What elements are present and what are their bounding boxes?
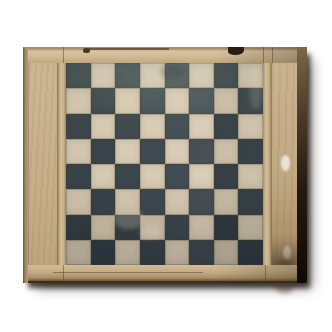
frame-top-rail <box>23 47 307 63</box>
square-r5c2-light[interactable] <box>91 164 116 189</box>
square-r5c5-dark[interactable] <box>165 164 190 189</box>
square-r5c8-light[interactable] <box>238 164 263 189</box>
square-r5c1-dark[interactable] <box>66 164 91 189</box>
square-r1c4-light[interactable] <box>140 63 165 88</box>
frame-seam <box>63 47 64 63</box>
square-r3c1-dark[interactable] <box>66 114 91 139</box>
square-r4c5-light[interactable] <box>165 139 190 164</box>
square-r2c5-light[interactable] <box>165 88 190 113</box>
right-side-panel <box>271 63 297 265</box>
square-r4c6-dark[interactable] <box>189 139 214 164</box>
square-r3c5-dark[interactable] <box>165 114 190 139</box>
square-r5c4-light[interactable] <box>140 164 165 189</box>
left-side-panel <box>28 63 58 265</box>
square-r6c7-light[interactable] <box>214 189 239 214</box>
glossy-reflection-spot <box>281 155 290 171</box>
square-r4c8-dark[interactable] <box>238 139 263 164</box>
square-r2c6-dark[interactable] <box>189 88 214 113</box>
board-left-edge <box>23 47 28 283</box>
square-r5c6-light[interactable] <box>189 164 214 189</box>
checkerboard-grid <box>66 63 263 265</box>
grime-stain <box>272 235 297 265</box>
photo-scene <box>0 0 332 332</box>
square-r7c5-dark[interactable] <box>165 215 190 240</box>
frame-shading <box>217 47 307 63</box>
square-r6c2-dark[interactable] <box>91 189 116 214</box>
square-r5c7-dark[interactable] <box>214 164 239 189</box>
right-inner-rail <box>263 63 271 265</box>
board-middle-band <box>23 63 307 265</box>
square-r7c4-light[interactable] <box>140 215 165 240</box>
square-r2c7-light[interactable] <box>214 88 239 113</box>
wood-chip-damage <box>83 48 90 53</box>
square-r1c5-dark[interactable] <box>165 63 190 88</box>
square-r4c3-light[interactable] <box>115 139 140 164</box>
board-right-edge-shadow <box>297 47 307 283</box>
square-r3c7-dark[interactable] <box>214 114 239 139</box>
square-r8c2-dark[interactable] <box>91 240 116 265</box>
square-r8c7-light[interactable] <box>214 240 239 265</box>
square-r7c8-light[interactable] <box>238 215 263 240</box>
square-r1c1-dark[interactable] <box>66 63 91 88</box>
scorch-mark <box>89 48 169 50</box>
square-r5c3-dark[interactable] <box>115 164 140 189</box>
glossy-reflection-spot <box>283 246 291 260</box>
square-r8c3-light[interactable] <box>115 240 140 265</box>
square-r1c8-light[interactable] <box>238 63 263 88</box>
square-r7c7-dark[interactable] <box>214 215 239 240</box>
square-r4c1-light[interactable] <box>66 139 91 164</box>
square-r4c4-dark[interactable] <box>140 139 165 164</box>
frame-seam <box>63 265 64 281</box>
square-r2c3-light[interactable] <box>115 88 140 113</box>
square-r4c2-dark[interactable] <box>91 139 116 164</box>
square-r8c8-dark[interactable] <box>238 240 263 265</box>
square-r3c3-dark[interactable] <box>115 114 140 139</box>
frame-bottom-rail <box>23 265 307 283</box>
square-r3c2-light[interactable] <box>91 114 116 139</box>
square-r6c1-light[interactable] <box>66 189 91 214</box>
wood-crack <box>53 272 203 273</box>
square-r8c1-light[interactable] <box>66 240 91 265</box>
square-r8c4-dark[interactable] <box>140 240 165 265</box>
square-r2c1-light[interactable] <box>66 88 91 113</box>
square-r2c4-dark[interactable] <box>140 88 165 113</box>
square-r7c3-dark[interactable] <box>115 215 140 240</box>
square-r7c6-light[interactable] <box>189 215 214 240</box>
square-r6c3-light[interactable] <box>115 189 140 214</box>
square-r1c3-dark[interactable] <box>115 63 140 88</box>
game-board <box>23 47 307 283</box>
square-r1c2-light[interactable] <box>91 63 116 88</box>
square-r7c2-light[interactable] <box>91 215 116 240</box>
square-r3c4-light[interactable] <box>140 114 165 139</box>
square-r4c7-light[interactable] <box>214 139 239 164</box>
square-r6c6-dark[interactable] <box>189 189 214 214</box>
square-r3c6-light[interactable] <box>189 114 214 139</box>
square-r7c1-dark[interactable] <box>66 215 91 240</box>
square-r6c8-dark[interactable] <box>238 189 263 214</box>
square-r8c6-dark[interactable] <box>189 240 214 265</box>
square-r1c6-light[interactable] <box>189 63 214 88</box>
square-r8c5-light[interactable] <box>165 240 190 265</box>
square-r2c8-dark[interactable] <box>238 88 263 113</box>
frame-shading <box>217 265 307 281</box>
square-r3c8-light[interactable] <box>238 114 263 139</box>
square-r6c4-dark[interactable] <box>140 189 165 214</box>
square-r1c7-dark[interactable] <box>214 63 239 88</box>
left-inner-rail <box>58 63 66 265</box>
square-r6c5-light[interactable] <box>165 189 190 214</box>
square-r2c2-dark[interactable] <box>91 88 116 113</box>
